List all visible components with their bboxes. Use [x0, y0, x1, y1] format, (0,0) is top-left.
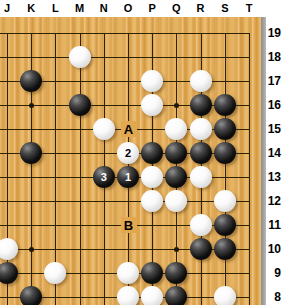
stone-white-L9 [44, 262, 66, 284]
stone-white-R17 [190, 70, 212, 92]
stone-black-P9 [141, 262, 163, 284]
row-label-15: 15 [263, 122, 281, 136]
star-point-K10 [29, 247, 34, 252]
row-label-13: 13 [263, 170, 281, 184]
row-label-9: 9 [263, 266, 281, 280]
stone-black-M16 [69, 94, 91, 116]
stone-black-K17 [20, 70, 42, 92]
grid-line-row-18 [0, 57, 250, 58]
stone-black-Q14 [165, 142, 187, 164]
grid-line-row-12 [0, 201, 250, 202]
row-label-14: 14 [263, 146, 281, 160]
row-label-19: 19 [263, 26, 281, 40]
stone-black-S11 [214, 214, 236, 236]
go-board-screenshot: JKLMNOPQRST AB231 1918171615141312111098 [0, 0, 284, 305]
stone-white-Q15 [165, 118, 187, 140]
stone-black-Q13 [165, 166, 187, 188]
row-label-8: 8 [263, 290, 281, 304]
stone-white-O14: 2 [117, 142, 139, 164]
stone-black-K14 [20, 142, 42, 164]
stone-black-S16 [214, 94, 236, 116]
stone-black-Q9 [165, 262, 187, 284]
row-label-10: 10 [263, 242, 281, 256]
stone-white-P17 [141, 70, 163, 92]
stone-white-P8 [141, 286, 163, 305]
grid-line-row-19 [0, 33, 250, 34]
col-label-L: L [47, 1, 63, 15]
stone-white-M18 [69, 46, 91, 68]
col-label-P: P [144, 1, 160, 15]
col-label-Q: Q [168, 1, 184, 15]
grid-line-row-16 [0, 105, 250, 106]
stone-black-O13: 1 [117, 166, 139, 188]
star-point-Q10 [174, 247, 179, 252]
marker-A[interactable]: A [121, 121, 137, 137]
stone-black-R10 [190, 238, 212, 260]
grid-line-col-M [80, 33, 81, 305]
col-label-J: J [0, 1, 15, 15]
stone-white-O9 [117, 262, 139, 284]
row-label-18: 18 [263, 50, 281, 64]
stone-black-S15 [214, 118, 236, 140]
marker-B[interactable]: B [121, 217, 137, 233]
row-label-11: 11 [263, 218, 281, 232]
star-point-Q16 [174, 103, 179, 108]
col-label-S: S [217, 1, 233, 15]
grid-line-col-S [225, 33, 226, 305]
col-label-M: M [72, 1, 88, 15]
star-point-K16 [29, 103, 34, 108]
col-label-K: K [23, 1, 39, 15]
stone-white-P12 [141, 190, 163, 212]
row-label-16: 16 [263, 98, 281, 112]
stone-white-O8 [117, 286, 139, 305]
col-label-T: T [241, 1, 257, 15]
stone-white-Q12 [165, 190, 187, 212]
stone-white-J10 [0, 238, 18, 260]
row-label-12: 12 [263, 194, 281, 208]
stone-white-P13 [141, 166, 163, 188]
row-label-17: 17 [263, 74, 281, 88]
stone-black-Q8 [165, 286, 187, 305]
col-label-N: N [96, 1, 112, 15]
grid-line-row-10 [0, 249, 250, 250]
stone-black-S14 [214, 142, 236, 164]
stone-black-J9 [0, 262, 18, 284]
stone-black-R16 [190, 94, 212, 116]
stone-white-N15 [93, 118, 115, 140]
stone-white-R15 [190, 118, 212, 140]
stone-white-S8 [214, 286, 236, 305]
stone-black-K8 [20, 286, 42, 305]
stone-white-P16 [141, 94, 163, 116]
stone-white-R11 [190, 214, 212, 236]
stone-black-R14 [190, 142, 212, 164]
grid-line-col-T [249, 33, 250, 305]
stone-white-R13 [190, 166, 212, 188]
go-board[interactable]: AB231 [0, 17, 261, 305]
stone-white-S12 [214, 190, 236, 212]
stone-black-N13: 3 [93, 166, 115, 188]
col-label-R: R [193, 1, 209, 15]
stone-black-P14 [141, 142, 163, 164]
stone-black-S10 [214, 238, 236, 260]
col-label-O: O [120, 1, 136, 15]
